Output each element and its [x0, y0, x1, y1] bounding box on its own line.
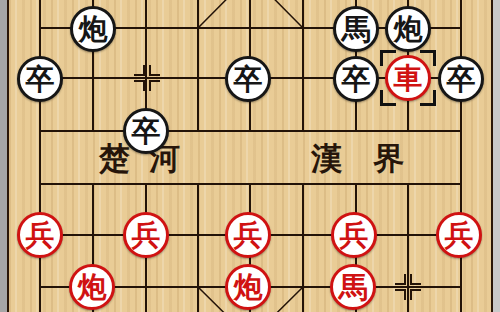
piece-black-soldier[interactable]: 卒 — [17, 56, 63, 102]
piece-black-cannon[interactable]: 炮 — [385, 6, 431, 52]
piece-red-cannon[interactable]: 炮 — [69, 264, 115, 310]
piece-red-horse[interactable]: 馬 — [330, 264, 376, 310]
piece-black-horse[interactable]: 馬 — [333, 6, 379, 52]
piece-red-soldier[interactable]: 兵 — [17, 212, 63, 258]
piece-black-soldier[interactable]: 卒 — [123, 108, 169, 154]
piece-red-cannon[interactable]: 炮 — [225, 264, 271, 310]
piece-black-soldier[interactable]: 卒 — [438, 56, 484, 102]
piece-black-cannon[interactable]: 炮 — [70, 6, 116, 52]
piece-black-soldier[interactable]: 卒 — [225, 56, 271, 102]
piece-black-soldier[interactable]: 卒 — [333, 56, 379, 102]
piece-red-soldier[interactable]: 兵 — [436, 212, 482, 258]
river-label-han-jie: 漢界 — [311, 142, 435, 175]
piece-red-soldier[interactable]: 兵 — [331, 212, 377, 258]
piece-red-soldier[interactable]: 兵 — [123, 212, 169, 258]
piece-red-chariot[interactable]: 車 — [385, 55, 431, 101]
piece-red-soldier[interactable]: 兵 — [225, 212, 271, 258]
xiangqi-board[interactable]: 楚河 漢界 炮馬炮卒卒卒車卒卒兵兵兵兵兵炮炮馬 — [0, 0, 500, 312]
